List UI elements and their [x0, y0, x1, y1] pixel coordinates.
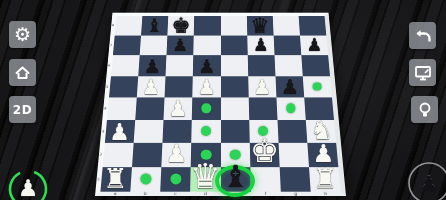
square-b4[interactable]	[135, 97, 164, 119]
square-a8[interactable]	[115, 16, 143, 35]
square-g8[interactable]	[273, 16, 300, 35]
board-frame: abcdefgh 87654321	[95, 13, 346, 196]
file-label-c: c	[160, 192, 190, 196]
square-f8[interactable]	[247, 16, 274, 35]
square-a5[interactable]	[109, 76, 138, 97]
square-h7[interactable]	[300, 35, 328, 55]
square-h3[interactable]	[306, 120, 336, 143]
square-a4[interactable]	[107, 97, 137, 119]
square-d5[interactable]	[193, 76, 221, 97]
file-label-d: d	[190, 192, 220, 196]
square-a1[interactable]	[100, 167, 132, 192]
white-pawn-badge-icon: ♟	[18, 177, 39, 200]
view-2d-label: 2D	[13, 103, 32, 117]
square-a7[interactable]	[113, 35, 141, 55]
file-label-g: g	[281, 192, 311, 196]
file-label-a: a	[100, 192, 130, 196]
square-h2[interactable]	[307, 143, 338, 167]
square-d3[interactable]	[192, 120, 221, 143]
square-c4[interactable]	[164, 97, 193, 119]
black-player-ring	[404, 158, 446, 200]
file-coordinate-labels: abcdefgh	[100, 192, 341, 196]
file-label-b: b	[130, 192, 160, 196]
square-f3[interactable]	[249, 120, 278, 143]
square-g4[interactable]	[276, 97, 305, 119]
square-g7[interactable]	[273, 35, 301, 55]
square-g1[interactable]	[279, 167, 310, 192]
square-d8[interactable]	[194, 16, 220, 35]
chess-board: abcdefgh 87654321	[95, 0, 346, 196]
file-label-f: f	[251, 192, 281, 196]
square-f4[interactable]	[248, 97, 277, 119]
square-h5[interactable]	[303, 76, 332, 97]
square-h4[interactable]	[304, 97, 334, 119]
white-player-timer-ring	[0, 160, 60, 200]
square-a3[interactable]	[105, 120, 135, 143]
square-c8[interactable]	[168, 16, 195, 35]
square-b8[interactable]	[141, 16, 168, 35]
square-d6[interactable]	[193, 55, 220, 76]
square-c7[interactable]	[167, 35, 194, 55]
square-b6[interactable]	[138, 55, 166, 76]
square-f2[interactable]	[249, 143, 279, 167]
square-c1[interactable]	[160, 167, 191, 192]
black-pawn-badge-icon: ♟	[420, 174, 439, 195]
square-b3[interactable]	[134, 120, 164, 143]
square-c6[interactable]	[166, 55, 194, 76]
square-a6[interactable]	[111, 55, 140, 76]
file-label-h: h	[311, 192, 341, 196]
square-e7[interactable]	[221, 35, 248, 55]
square-e4[interactable]	[221, 97, 249, 119]
square-e5[interactable]	[221, 76, 249, 97]
square-b1[interactable]	[130, 167, 161, 192]
square-d1[interactable]	[190, 167, 220, 192]
square-h1[interactable]	[309, 167, 341, 192]
square-b5[interactable]	[137, 76, 166, 97]
square-c5[interactable]	[165, 76, 193, 97]
settings-button[interactable]: ⚙	[9, 21, 36, 48]
square-d2[interactable]	[191, 143, 220, 167]
square-f5[interactable]	[248, 76, 276, 97]
square-h8[interactable]	[299, 16, 327, 35]
home-icon	[14, 64, 31, 81]
square-b7[interactable]	[140, 35, 168, 55]
view-2d-button[interactable]: 2D	[9, 96, 36, 123]
square-g5[interactable]	[275, 76, 304, 97]
lightbulb-icon	[416, 101, 434, 119]
square-e3[interactable]	[221, 120, 250, 143]
square-d7[interactable]	[194, 35, 221, 55]
square-f6[interactable]	[247, 55, 275, 76]
square-e8[interactable]	[221, 16, 247, 35]
undo-arrow-icon	[414, 27, 432, 45]
square-c3[interactable]	[163, 120, 192, 143]
file-label-e: e	[221, 192, 251, 196]
square-g6[interactable]	[274, 55, 302, 76]
square-g3[interactable]	[277, 120, 307, 143]
gear-icon: ⚙	[14, 25, 31, 44]
display-icon	[414, 64, 432, 82]
square-h6[interactable]	[301, 55, 330, 76]
square-g2[interactable]	[278, 143, 309, 167]
square-d4[interactable]	[192, 97, 220, 119]
display-theme-button[interactable]	[409, 59, 436, 86]
square-f7[interactable]	[247, 35, 274, 55]
square-f1[interactable]	[250, 167, 281, 192]
square-c2[interactable]	[162, 143, 192, 167]
square-e6[interactable]	[221, 55, 248, 76]
square-a2[interactable]	[103, 143, 134, 167]
home-button[interactable]	[9, 59, 36, 86]
hint-button[interactable]	[411, 96, 438, 123]
board-squares[interactable]	[100, 16, 340, 192]
chess-app-screen: abcdefgh 87654321 ♝♚♛♟♟♟♟♟♟♟♟♟♟♟♞♟♚♟♜♛♝♜…	[0, 0, 446, 200]
undo-button[interactable]	[409, 22, 436, 49]
square-e1[interactable]	[221, 167, 251, 192]
square-e2[interactable]	[221, 143, 250, 167]
square-b2[interactable]	[132, 143, 163, 167]
